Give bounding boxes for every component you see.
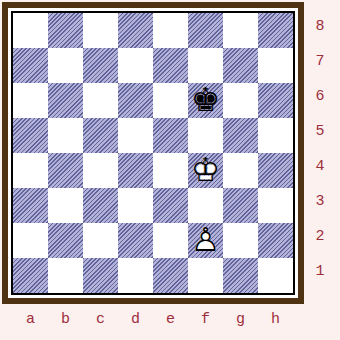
square-h2[interactable] bbox=[258, 223, 293, 258]
square-c7[interactable] bbox=[83, 48, 118, 83]
square-g3[interactable] bbox=[223, 188, 258, 223]
square-c1[interactable] bbox=[83, 258, 118, 293]
square-b6[interactable] bbox=[48, 83, 83, 118]
square-e2[interactable] bbox=[153, 223, 188, 258]
piece-black-king-f6[interactable]: ♚ bbox=[188, 83, 223, 118]
rank-label-7: 7 bbox=[308, 44, 332, 79]
square-e6[interactable] bbox=[153, 83, 188, 118]
square-b1[interactable] bbox=[48, 258, 83, 293]
square-h8[interactable] bbox=[258, 13, 293, 48]
square-h1[interactable] bbox=[258, 258, 293, 293]
square-f1[interactable] bbox=[188, 258, 223, 293]
square-f2[interactable]: ♟♙ bbox=[188, 223, 223, 258]
file-label-b: b bbox=[48, 308, 83, 330]
square-h6[interactable] bbox=[258, 83, 293, 118]
rank-label-8: 8 bbox=[308, 9, 332, 44]
square-a7[interactable] bbox=[13, 48, 48, 83]
square-c6[interactable] bbox=[83, 83, 118, 118]
square-e3[interactable] bbox=[153, 188, 188, 223]
square-c4[interactable] bbox=[83, 153, 118, 188]
square-d7[interactable] bbox=[118, 48, 153, 83]
board-frame-black-line: ♚♚♔♟♙ bbox=[11, 11, 295, 295]
square-a3[interactable] bbox=[13, 188, 48, 223]
square-e5[interactable] bbox=[153, 118, 188, 153]
rank-label-4: 4 bbox=[308, 149, 332, 184]
square-f4[interactable]: ♚♔ bbox=[188, 153, 223, 188]
board-frame-white-line: ♚♚♔♟♙ bbox=[8, 8, 298, 298]
file-label-f: f bbox=[188, 308, 223, 330]
square-d6[interactable] bbox=[118, 83, 153, 118]
file-label-c: c bbox=[83, 308, 118, 330]
square-a1[interactable] bbox=[13, 258, 48, 293]
square-a5[interactable] bbox=[13, 118, 48, 153]
square-a2[interactable] bbox=[13, 223, 48, 258]
chess-board: ♚♚♔♟♙ bbox=[13, 13, 293, 293]
square-g8[interactable] bbox=[223, 13, 258, 48]
square-f5[interactable] bbox=[188, 118, 223, 153]
square-e8[interactable] bbox=[153, 13, 188, 48]
board-frame-outer: ♚♚♔♟♙ bbox=[2, 2, 304, 304]
file-labels: abcdefgh bbox=[13, 308, 293, 330]
square-b5[interactable] bbox=[48, 118, 83, 153]
chess-diagram-page: { "game": "chess", "position": { "fen": … bbox=[0, 0, 340, 340]
square-h4[interactable] bbox=[258, 153, 293, 188]
square-a6[interactable] bbox=[13, 83, 48, 118]
square-h5[interactable] bbox=[258, 118, 293, 153]
square-g5[interactable] bbox=[223, 118, 258, 153]
square-f7[interactable] bbox=[188, 48, 223, 83]
square-d3[interactable] bbox=[118, 188, 153, 223]
square-d2[interactable] bbox=[118, 223, 153, 258]
square-e1[interactable] bbox=[153, 258, 188, 293]
square-e4[interactable] bbox=[153, 153, 188, 188]
square-f3[interactable] bbox=[188, 188, 223, 223]
square-d1[interactable] bbox=[118, 258, 153, 293]
square-g6[interactable] bbox=[223, 83, 258, 118]
square-b4[interactable] bbox=[48, 153, 83, 188]
square-g4[interactable] bbox=[223, 153, 258, 188]
square-f6[interactable]: ♚ bbox=[188, 83, 223, 118]
file-label-d: d bbox=[118, 308, 153, 330]
piece-white-king-f4[interactable]: ♚♔ bbox=[188, 153, 223, 188]
square-b3[interactable] bbox=[48, 188, 83, 223]
file-label-g: g bbox=[223, 308, 258, 330]
square-d4[interactable] bbox=[118, 153, 153, 188]
rank-label-1: 1 bbox=[308, 254, 332, 289]
king-glyph-fill: ♚ bbox=[191, 83, 221, 116]
square-h7[interactable] bbox=[258, 48, 293, 83]
king-glyph-outline: ♔ bbox=[191, 153, 221, 186]
rank-label-3: 3 bbox=[308, 184, 332, 219]
square-g1[interactable] bbox=[223, 258, 258, 293]
square-a8[interactable] bbox=[13, 13, 48, 48]
rank-label-6: 6 bbox=[308, 79, 332, 114]
square-f8[interactable] bbox=[188, 13, 223, 48]
square-h3[interactable] bbox=[258, 188, 293, 223]
square-c3[interactable] bbox=[83, 188, 118, 223]
file-label-a: a bbox=[13, 308, 48, 330]
file-label-h: h bbox=[258, 308, 293, 330]
pawn-glyph-outline: ♙ bbox=[191, 223, 221, 256]
square-c8[interactable] bbox=[83, 13, 118, 48]
piece-white-pawn-f2[interactable]: ♟♙ bbox=[188, 223, 223, 258]
square-g7[interactable] bbox=[223, 48, 258, 83]
rank-label-2: 2 bbox=[308, 219, 332, 254]
square-d5[interactable] bbox=[118, 118, 153, 153]
square-b2[interactable] bbox=[48, 223, 83, 258]
square-b8[interactable] bbox=[48, 13, 83, 48]
square-c2[interactable] bbox=[83, 223, 118, 258]
square-g2[interactable] bbox=[223, 223, 258, 258]
square-c5[interactable] bbox=[83, 118, 118, 153]
file-label-e: e bbox=[153, 308, 188, 330]
square-e7[interactable] bbox=[153, 48, 188, 83]
square-d8[interactable] bbox=[118, 13, 153, 48]
rank-label-5: 5 bbox=[308, 114, 332, 149]
square-a4[interactable] bbox=[13, 153, 48, 188]
square-b7[interactable] bbox=[48, 48, 83, 83]
rank-labels: 87654321 bbox=[308, 9, 332, 289]
